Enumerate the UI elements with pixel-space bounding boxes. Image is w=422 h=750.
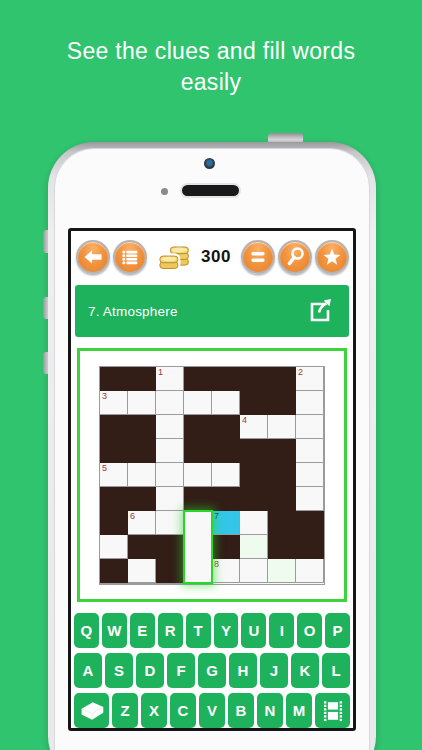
toolbar-left-buttons	[74, 240, 148, 274]
block-cell	[128, 415, 156, 439]
block-cell	[128, 367, 156, 391]
key-q[interactable]: Q	[74, 613, 99, 648]
erase-key[interactable]	[74, 693, 109, 728]
grid-cell[interactable]: 1	[156, 367, 184, 391]
clue-list-button[interactable]	[113, 240, 147, 274]
block-cell	[100, 415, 128, 439]
grid-cell[interactable]	[184, 463, 212, 487]
block-cell	[268, 367, 296, 391]
grid-cell[interactable]	[128, 559, 156, 583]
block-cell	[240, 463, 268, 487]
key-o[interactable]: O	[297, 613, 322, 648]
eraser-icon	[79, 699, 105, 723]
video-hint-key[interactable]	[315, 693, 350, 728]
grid-cell[interactable]	[156, 583, 184, 584]
key-r[interactable]: R	[158, 613, 183, 648]
key-l[interactable]: L	[322, 653, 350, 688]
key-b[interactable]: B	[228, 693, 254, 728]
block-cell	[184, 439, 212, 463]
block-cell	[100, 559, 128, 583]
headline: See the clues and fill words easily	[46, 36, 376, 98]
back-button[interactable]	[76, 240, 110, 274]
earpiece-speaker	[180, 183, 241, 198]
app-screen: 300 7. Atmosphere 12345678 QWERTYUIOPASD…	[68, 228, 356, 731]
clue-number: 6	[130, 511, 135, 521]
block-cell	[184, 415, 212, 439]
grid-cell[interactable]	[240, 511, 268, 535]
grid-cell[interactable]	[240, 535, 268, 559]
key-z[interactable]: Z	[112, 693, 138, 728]
clue-bar: 7. Atmosphere	[75, 285, 349, 337]
grid-cell[interactable]: 5	[100, 463, 128, 487]
block-cell	[212, 415, 240, 439]
key-a[interactable]: A	[74, 653, 102, 688]
block-cell	[240, 439, 268, 463]
grid-cell[interactable]: 6	[128, 511, 156, 535]
grid-cell[interactable]	[296, 463, 324, 487]
star-icon	[319, 244, 345, 270]
key-s[interactable]: S	[105, 653, 133, 688]
block-cell	[100, 511, 128, 535]
keyboard-row: ZXCVBNM	[73, 693, 351, 728]
key-k[interactable]: K	[291, 653, 319, 688]
active-cell[interactable]: 7	[212, 511, 240, 535]
grid-cell[interactable]	[296, 559, 324, 583]
grid-cell[interactable]	[296, 391, 324, 415]
block-cell	[296, 511, 324, 535]
block-cell	[184, 367, 212, 391]
menu-button[interactable]	[241, 240, 275, 274]
key-t[interactable]: T	[186, 613, 211, 648]
block-cell	[240, 391, 268, 415]
grid-cell[interactable]	[156, 415, 184, 439]
block-cell	[240, 367, 268, 391]
selected-word-highlight	[183, 510, 213, 584]
grid-cell[interactable]	[156, 391, 184, 415]
grid-cell[interactable]	[156, 439, 184, 463]
coins-value: 300	[201, 247, 231, 267]
grid-cell[interactable]	[268, 415, 296, 439]
grid-cell[interactable]: 3	[100, 391, 128, 415]
clue-number: 4	[242, 415, 247, 425]
keyboard: QWERTYUIOPASDFGHJKLZXCVBNM	[71, 613, 353, 728]
sensor-dot-icon	[161, 188, 168, 195]
favorites-button[interactable]	[315, 240, 349, 274]
key-h[interactable]: H	[229, 653, 257, 688]
toolbar-right-buttons	[239, 240, 350, 274]
grid-cell[interactable]	[212, 391, 240, 415]
key-n[interactable]: N	[257, 693, 283, 728]
search-button[interactable]	[278, 240, 312, 274]
block-cell	[100, 439, 128, 463]
grid-cell[interactable]	[296, 415, 324, 439]
clue-number: 5	[102, 463, 107, 473]
key-f[interactable]: F	[167, 653, 195, 688]
key-c[interactable]: C	[170, 693, 196, 728]
grid-cell[interactable]	[128, 583, 156, 584]
share-button[interactable]	[306, 296, 336, 326]
clue-text: 7. Atmosphere	[88, 304, 178, 319]
keyboard-row: ASDFGHJKL	[73, 653, 351, 688]
block-cell	[296, 535, 324, 559]
key-w[interactable]: W	[102, 613, 127, 648]
block-cell	[100, 367, 128, 391]
key-x[interactable]: X	[141, 693, 167, 728]
block-cell	[184, 487, 212, 511]
keyboard-row: QWERTYUIOP	[73, 613, 351, 648]
block-cell	[268, 487, 296, 511]
toolbar: 300	[71, 231, 353, 283]
key-g[interactable]: G	[198, 653, 226, 688]
grid-cell[interactable]	[268, 559, 296, 583]
coins-group: 300	[156, 241, 231, 274]
key-m[interactable]: M	[286, 693, 312, 728]
key-p[interactable]: P	[325, 613, 350, 648]
block-cell	[268, 535, 296, 559]
grid-cell[interactable]: 4	[240, 415, 268, 439]
grid-cell[interactable]	[156, 487, 184, 511]
block-cell	[212, 439, 240, 463]
grid-cell[interactable]	[128, 391, 156, 415]
grid-cell[interactable]	[212, 463, 240, 487]
key-y[interactable]: Y	[214, 613, 239, 648]
clue-number: 7	[214, 511, 219, 521]
clue-number: 3	[102, 391, 107, 401]
block-cell	[128, 535, 156, 559]
key-d[interactable]: D	[136, 653, 164, 688]
block-cell	[212, 487, 240, 511]
key-j[interactable]: J	[260, 653, 288, 688]
grid-cell[interactable]	[184, 391, 212, 415]
block-cell	[156, 559, 184, 583]
list-icon	[117, 244, 143, 270]
magnifier-icon	[282, 244, 308, 270]
block-cell	[268, 463, 296, 487]
key-i[interactable]: I	[269, 613, 294, 648]
grid-cell[interactable]	[296, 439, 324, 463]
block-cell	[268, 439, 296, 463]
block-cell	[240, 487, 268, 511]
grid-cell[interactable]	[156, 511, 184, 535]
block-cell	[128, 439, 156, 463]
block-cell	[268, 391, 296, 415]
grid-cell[interactable]	[100, 583, 128, 584]
grid-cell[interactable]	[240, 559, 268, 583]
back-arrow-icon	[80, 244, 106, 270]
film-icon	[320, 699, 346, 723]
key-v[interactable]: V	[199, 693, 225, 728]
clue-number: 1	[158, 367, 163, 377]
grid-cell[interactable]: 2	[296, 367, 324, 391]
clue-number: 2	[298, 367, 303, 377]
grid-cell[interactable]: 8	[212, 559, 240, 583]
grid-cell[interactable]	[128, 463, 156, 487]
crossword-grid: 12345678	[99, 366, 325, 585]
grid-cell[interactable]	[296, 487, 324, 511]
block-cell	[212, 367, 240, 391]
block-cell	[156, 535, 184, 559]
block-cell	[268, 511, 296, 535]
key-e[interactable]: E	[130, 613, 155, 648]
grid-cell[interactable]	[156, 463, 184, 487]
coins-icon	[156, 241, 198, 274]
key-u[interactable]: U	[241, 613, 266, 648]
equals-icon	[245, 244, 271, 270]
block-cell	[100, 487, 128, 511]
grid-cell[interactable]	[100, 535, 128, 559]
block-cell	[128, 487, 156, 511]
front-camera-icon	[204, 158, 215, 169]
block-cell	[212, 535, 240, 559]
clue-number: 8	[214, 559, 219, 569]
crossword-panel: 12345678	[77, 348, 347, 602]
